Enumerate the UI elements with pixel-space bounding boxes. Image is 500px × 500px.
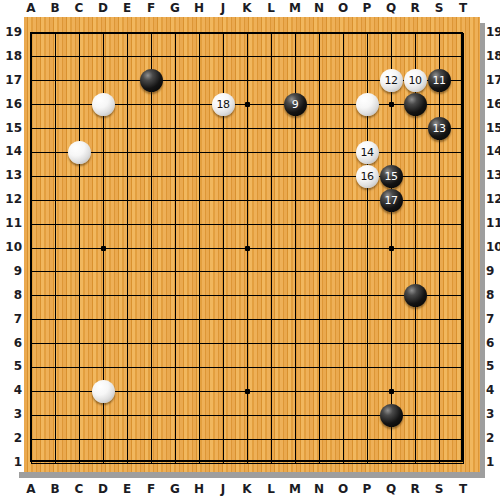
board-point-F9[interactable] [139, 260, 163, 284]
board-point-L14[interactable] [259, 140, 283, 164]
board-point-R5[interactable] [403, 355, 427, 379]
board-point-J5[interactable] [211, 355, 235, 379]
board-point-N1[interactable] [307, 451, 331, 475]
board-point-B5[interactable] [43, 355, 67, 379]
board-point-B9[interactable] [43, 260, 67, 284]
board-point-D11[interactable] [91, 212, 115, 236]
board-point-B17[interactable] [43, 69, 67, 93]
board-point-B1[interactable] [43, 451, 67, 475]
board-point-B14[interactable] [43, 140, 67, 164]
board-point-O11[interactable] [331, 212, 355, 236]
board-point-Q7[interactable] [379, 308, 403, 332]
board-point-P5[interactable] [355, 355, 379, 379]
board-point-K19[interactable] [235, 21, 259, 45]
board-point-T14[interactable] [451, 140, 475, 164]
board-point-E9[interactable] [115, 260, 139, 284]
board-point-F14[interactable] [139, 140, 163, 164]
board-point-P12[interactable] [355, 188, 379, 212]
board-point-N16[interactable] [307, 93, 331, 117]
board-point-O1[interactable] [331, 451, 355, 475]
board-point-L18[interactable] [259, 45, 283, 69]
board-point-J6[interactable] [211, 332, 235, 356]
board-point-B15[interactable] [43, 117, 67, 141]
board-point-L1[interactable] [259, 451, 283, 475]
board-point-E19[interactable] [115, 21, 139, 45]
board-point-F1[interactable] [139, 451, 163, 475]
board-point-D15[interactable] [91, 117, 115, 141]
board-point-Q6[interactable] [379, 332, 403, 356]
board-point-Q11[interactable] [379, 212, 403, 236]
board-point-T7[interactable] [451, 308, 475, 332]
board-point-B11[interactable] [43, 212, 67, 236]
board-point-C15[interactable] [67, 117, 91, 141]
board-point-B6[interactable] [43, 332, 67, 356]
board-point-K2[interactable] [235, 427, 259, 451]
board-point-C6[interactable] [67, 332, 91, 356]
board-point-G6[interactable] [163, 332, 187, 356]
board-point-R3[interactable] [403, 403, 427, 427]
board-point-H3[interactable] [187, 403, 211, 427]
board-point-F3[interactable] [139, 403, 163, 427]
board-point-A4[interactable] [19, 379, 43, 403]
board-point-H19[interactable] [187, 21, 211, 45]
board-point-T17[interactable] [451, 69, 475, 93]
board-point-A3[interactable] [19, 403, 43, 427]
board-point-Q4[interactable] [379, 379, 403, 403]
board-point-Q14[interactable] [379, 140, 403, 164]
board-point-E14[interactable] [115, 140, 139, 164]
board-point-T10[interactable] [451, 236, 475, 260]
board-point-D6[interactable] [91, 332, 115, 356]
board-point-M11[interactable] [283, 212, 307, 236]
board-point-K17[interactable] [235, 69, 259, 93]
board-point-P9[interactable] [355, 260, 379, 284]
board-point-Q19[interactable] [379, 21, 403, 45]
board-point-E4[interactable] [115, 379, 139, 403]
board-point-E13[interactable] [115, 164, 139, 188]
board-point-Q18[interactable] [379, 45, 403, 69]
board-point-D4[interactable] [91, 379, 115, 403]
board-point-C18[interactable] [67, 45, 91, 69]
board-point-Q2[interactable] [379, 427, 403, 451]
board-point-T12[interactable] [451, 188, 475, 212]
board-point-R14[interactable] [403, 140, 427, 164]
board-point-O3[interactable] [331, 403, 355, 427]
board-point-E5[interactable] [115, 355, 139, 379]
board-point-S2[interactable] [427, 427, 451, 451]
board-point-K1[interactable] [235, 451, 259, 475]
board-point-E17[interactable] [115, 69, 139, 93]
board-point-O7[interactable] [331, 308, 355, 332]
board-point-P2[interactable] [355, 427, 379, 451]
board-point-G1[interactable] [163, 451, 187, 475]
board-point-K8[interactable] [235, 284, 259, 308]
board-point-E10[interactable] [115, 236, 139, 260]
board-point-P16[interactable] [355, 93, 379, 117]
board-point-N8[interactable] [307, 284, 331, 308]
board-point-C13[interactable] [67, 164, 91, 188]
board-point-G14[interactable] [163, 140, 187, 164]
board-point-L3[interactable] [259, 403, 283, 427]
board-point-M3[interactable] [283, 403, 307, 427]
board-point-P15[interactable] [355, 117, 379, 141]
board-point-O19[interactable] [331, 21, 355, 45]
board-point-J4[interactable] [211, 379, 235, 403]
board-point-T19[interactable] [451, 21, 475, 45]
board-point-M19[interactable] [283, 21, 307, 45]
board-point-E6[interactable] [115, 332, 139, 356]
board-point-L10[interactable] [259, 236, 283, 260]
board-point-R18[interactable] [403, 45, 427, 69]
board-point-M18[interactable] [283, 45, 307, 69]
board-point-N2[interactable] [307, 427, 331, 451]
board-point-B16[interactable] [43, 93, 67, 117]
board-point-C7[interactable] [67, 308, 91, 332]
board-point-K16[interactable] [235, 93, 259, 117]
board-point-L4[interactable] [259, 379, 283, 403]
board-point-R19[interactable] [403, 21, 427, 45]
board-point-N12[interactable] [307, 188, 331, 212]
board-point-M1[interactable] [283, 451, 307, 475]
board-point-J2[interactable] [211, 427, 235, 451]
board-point-E3[interactable] [115, 403, 139, 427]
board-point-G12[interactable] [163, 188, 187, 212]
board-point-J15[interactable] [211, 117, 235, 141]
board-point-H5[interactable] [187, 355, 211, 379]
board-point-D9[interactable] [91, 260, 115, 284]
board-point-B2[interactable] [43, 427, 67, 451]
board-point-Q5[interactable] [379, 355, 403, 379]
board-point-G4[interactable] [163, 379, 187, 403]
board-point-C1[interactable] [67, 451, 91, 475]
board-point-M6[interactable] [283, 332, 307, 356]
board-point-K18[interactable] [235, 45, 259, 69]
board-point-F13[interactable] [139, 164, 163, 188]
board-point-T9[interactable] [451, 260, 475, 284]
board-point-S18[interactable] [427, 45, 451, 69]
board-point-C19[interactable] [67, 21, 91, 45]
board-point-J14[interactable] [211, 140, 235, 164]
board-point-K12[interactable] [235, 188, 259, 212]
board-point-M7[interactable] [283, 308, 307, 332]
board-point-F2[interactable] [139, 427, 163, 451]
board-point-R2[interactable] [403, 427, 427, 451]
board-point-D17[interactable] [91, 69, 115, 93]
board-point-M14[interactable] [283, 140, 307, 164]
board-point-K3[interactable] [235, 403, 259, 427]
board-point-R17[interactable]: 10 [403, 69, 427, 93]
board-point-R16[interactable] [403, 93, 427, 117]
board-point-F11[interactable] [139, 212, 163, 236]
board-point-O10[interactable] [331, 236, 355, 260]
board-point-G2[interactable] [163, 427, 187, 451]
board-point-C16[interactable] [67, 93, 91, 117]
board-point-P4[interactable] [355, 379, 379, 403]
board-point-T13[interactable] [451, 164, 475, 188]
board-point-L13[interactable] [259, 164, 283, 188]
board-point-M12[interactable] [283, 188, 307, 212]
board-point-D3[interactable] [91, 403, 115, 427]
board-point-N15[interactable] [307, 117, 331, 141]
board-point-P6[interactable] [355, 332, 379, 356]
board-point-F16[interactable] [139, 93, 163, 117]
board-point-K7[interactable] [235, 308, 259, 332]
board-point-H18[interactable] [187, 45, 211, 69]
board-point-H9[interactable] [187, 260, 211, 284]
board-point-A7[interactable] [19, 308, 43, 332]
board-point-R9[interactable] [403, 260, 427, 284]
board-point-G8[interactable] [163, 284, 187, 308]
board-point-K13[interactable] [235, 164, 259, 188]
board-point-S11[interactable] [427, 212, 451, 236]
board-point-C3[interactable] [67, 403, 91, 427]
board-point-N5[interactable] [307, 355, 331, 379]
board-point-C5[interactable] [67, 355, 91, 379]
board-point-A10[interactable] [19, 236, 43, 260]
board-point-R11[interactable] [403, 212, 427, 236]
board-point-G17[interactable] [163, 69, 187, 93]
board-point-O16[interactable] [331, 93, 355, 117]
board-point-L9[interactable] [259, 260, 283, 284]
board-point-N17[interactable] [307, 69, 331, 93]
board-point-A1[interactable] [19, 451, 43, 475]
board-point-G19[interactable] [163, 21, 187, 45]
board-point-Q16[interactable] [379, 93, 403, 117]
board-point-K15[interactable] [235, 117, 259, 141]
board-point-C14[interactable] [67, 140, 91, 164]
board-point-S10[interactable] [427, 236, 451, 260]
board-point-L8[interactable] [259, 284, 283, 308]
board-point-M9[interactable] [283, 260, 307, 284]
board-point-H16[interactable] [187, 93, 211, 117]
board-point-R4[interactable] [403, 379, 427, 403]
board-point-S9[interactable] [427, 260, 451, 284]
board-point-P10[interactable] [355, 236, 379, 260]
board-point-F7[interactable] [139, 308, 163, 332]
board-point-H15[interactable] [187, 117, 211, 141]
board-point-F15[interactable] [139, 117, 163, 141]
board-point-J18[interactable] [211, 45, 235, 69]
board-point-O6[interactable] [331, 332, 355, 356]
board-point-D8[interactable] [91, 284, 115, 308]
board-point-Q8[interactable] [379, 284, 403, 308]
board-point-K10[interactable] [235, 236, 259, 260]
board-point-F6[interactable] [139, 332, 163, 356]
board-point-S13[interactable] [427, 164, 451, 188]
board-point-T4[interactable] [451, 379, 475, 403]
board-point-G7[interactable] [163, 308, 187, 332]
board-point-A19[interactable] [19, 21, 43, 45]
board-point-O17[interactable] [331, 69, 355, 93]
board-point-T6[interactable] [451, 332, 475, 356]
board-point-P17[interactable] [355, 69, 379, 93]
board-point-E12[interactable] [115, 188, 139, 212]
board-point-K9[interactable] [235, 260, 259, 284]
board-point-M17[interactable] [283, 69, 307, 93]
board-point-M8[interactable] [283, 284, 307, 308]
board-point-N10[interactable] [307, 236, 331, 260]
board-point-M4[interactable] [283, 379, 307, 403]
board-point-H4[interactable] [187, 379, 211, 403]
board-point-A8[interactable] [19, 284, 43, 308]
board-point-A9[interactable] [19, 260, 43, 284]
board-point-H11[interactable] [187, 212, 211, 236]
board-point-C17[interactable] [67, 69, 91, 93]
board-point-D2[interactable] [91, 427, 115, 451]
board-point-R13[interactable] [403, 164, 427, 188]
board-point-O14[interactable] [331, 140, 355, 164]
board-point-A5[interactable] [19, 355, 43, 379]
board-point-D7[interactable] [91, 308, 115, 332]
board-point-L11[interactable] [259, 212, 283, 236]
board-point-E8[interactable] [115, 284, 139, 308]
board-point-K6[interactable] [235, 332, 259, 356]
board-point-N9[interactable] [307, 260, 331, 284]
board-point-C12[interactable] [67, 188, 91, 212]
board-point-M16[interactable]: 9 [283, 93, 307, 117]
board-point-J10[interactable] [211, 236, 235, 260]
board-point-T5[interactable] [451, 355, 475, 379]
board-point-F10[interactable] [139, 236, 163, 260]
board-point-A12[interactable] [19, 188, 43, 212]
board-point-N18[interactable] [307, 45, 331, 69]
board-point-G11[interactable] [163, 212, 187, 236]
board-point-K5[interactable] [235, 355, 259, 379]
board-point-B7[interactable] [43, 308, 67, 332]
board-point-H14[interactable] [187, 140, 211, 164]
board-point-H10[interactable] [187, 236, 211, 260]
board-point-Q3[interactable] [379, 403, 403, 427]
board-point-T2[interactable] [451, 427, 475, 451]
board-point-O18[interactable] [331, 45, 355, 69]
board-point-J13[interactable] [211, 164, 235, 188]
board-point-J8[interactable] [211, 284, 235, 308]
board-point-P13[interactable]: 16 [355, 164, 379, 188]
board-point-H1[interactable] [187, 451, 211, 475]
board-point-N14[interactable] [307, 140, 331, 164]
board-point-R6[interactable] [403, 332, 427, 356]
board-point-O15[interactable] [331, 117, 355, 141]
board-point-G5[interactable] [163, 355, 187, 379]
board-point-N4[interactable] [307, 379, 331, 403]
board-point-N13[interactable] [307, 164, 331, 188]
board-point-G9[interactable] [163, 260, 187, 284]
board-point-M10[interactable] [283, 236, 307, 260]
board-point-H6[interactable] [187, 332, 211, 356]
board-point-P14[interactable]: 14 [355, 140, 379, 164]
board-point-J1[interactable] [211, 451, 235, 475]
board-point-L12[interactable] [259, 188, 283, 212]
board-point-L5[interactable] [259, 355, 283, 379]
board-point-H8[interactable] [187, 284, 211, 308]
board-point-Q15[interactable] [379, 117, 403, 141]
board-point-B3[interactable] [43, 403, 67, 427]
board-point-N11[interactable] [307, 212, 331, 236]
board-point-T3[interactable] [451, 403, 475, 427]
board-point-P7[interactable] [355, 308, 379, 332]
board-point-H17[interactable] [187, 69, 211, 93]
board-point-E18[interactable] [115, 45, 139, 69]
board-point-A6[interactable] [19, 332, 43, 356]
board-point-K4[interactable] [235, 379, 259, 403]
board-point-S17[interactable]: 11 [427, 69, 451, 93]
board-point-T16[interactable] [451, 93, 475, 117]
board-point-C2[interactable] [67, 427, 91, 451]
board-point-L16[interactable] [259, 93, 283, 117]
board-point-E2[interactable] [115, 427, 139, 451]
board-point-S12[interactable] [427, 188, 451, 212]
board-point-Q17[interactable]: 12 [379, 69, 403, 93]
board-point-D12[interactable] [91, 188, 115, 212]
board-point-J12[interactable] [211, 188, 235, 212]
board-point-C9[interactable] [67, 260, 91, 284]
board-point-P11[interactable] [355, 212, 379, 236]
board-point-H7[interactable] [187, 308, 211, 332]
board-point-A13[interactable] [19, 164, 43, 188]
board-point-D13[interactable] [91, 164, 115, 188]
board-point-O13[interactable] [331, 164, 355, 188]
board-point-M2[interactable] [283, 427, 307, 451]
board-point-D5[interactable] [91, 355, 115, 379]
board-point-K11[interactable] [235, 212, 259, 236]
board-point-Q13[interactable]: 15 [379, 164, 403, 188]
board-point-N19[interactable] [307, 21, 331, 45]
board-point-S15[interactable]: 13 [427, 117, 451, 141]
board-point-C11[interactable] [67, 212, 91, 236]
board-point-O9[interactable] [331, 260, 355, 284]
board-point-O12[interactable] [331, 188, 355, 212]
board-point-F8[interactable] [139, 284, 163, 308]
board-point-N6[interactable] [307, 332, 331, 356]
board-point-B19[interactable] [43, 21, 67, 45]
board-point-C8[interactable] [67, 284, 91, 308]
board-point-Q9[interactable] [379, 260, 403, 284]
board-point-R12[interactable] [403, 188, 427, 212]
board-point-L7[interactable] [259, 308, 283, 332]
board-point-O4[interactable] [331, 379, 355, 403]
board-point-G3[interactable] [163, 403, 187, 427]
board-point-B8[interactable] [43, 284, 67, 308]
board-point-E1[interactable] [115, 451, 139, 475]
board-point-D10[interactable] [91, 236, 115, 260]
board-point-F5[interactable] [139, 355, 163, 379]
board-point-Q10[interactable] [379, 236, 403, 260]
board-point-Q1[interactable] [379, 451, 403, 475]
board-point-J17[interactable] [211, 69, 235, 93]
board-point-H2[interactable] [187, 427, 211, 451]
board-point-A16[interactable] [19, 93, 43, 117]
board-point-P19[interactable] [355, 21, 379, 45]
board-point-N7[interactable] [307, 308, 331, 332]
board-point-M5[interactable] [283, 355, 307, 379]
board-point-S3[interactable] [427, 403, 451, 427]
board-point-A17[interactable] [19, 69, 43, 93]
board-point-T18[interactable] [451, 45, 475, 69]
board-point-T11[interactable] [451, 212, 475, 236]
board-point-A11[interactable] [19, 212, 43, 236]
board-point-F18[interactable] [139, 45, 163, 69]
board-point-R7[interactable] [403, 308, 427, 332]
board-point-B12[interactable] [43, 188, 67, 212]
board-point-S6[interactable] [427, 332, 451, 356]
board-point-D19[interactable] [91, 21, 115, 45]
board-point-B13[interactable] [43, 164, 67, 188]
board-point-M13[interactable] [283, 164, 307, 188]
board-point-E11[interactable] [115, 212, 139, 236]
board-point-D14[interactable] [91, 140, 115, 164]
board-point-P18[interactable] [355, 45, 379, 69]
board-point-J19[interactable] [211, 21, 235, 45]
